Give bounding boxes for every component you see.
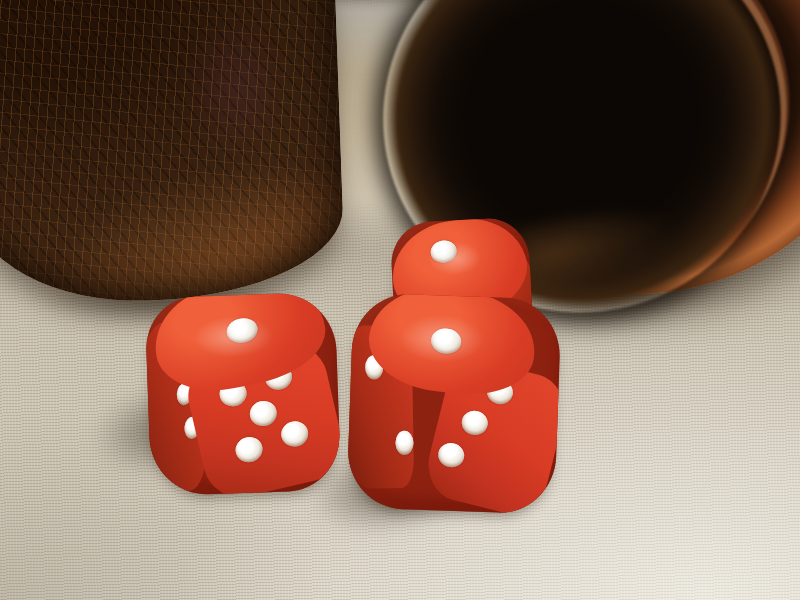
pip (278, 419, 310, 449)
pip (429, 239, 458, 265)
pip (436, 440, 467, 470)
die-left[interactable] (145, 292, 342, 497)
pip (224, 316, 259, 345)
left-dice-cup[interactable] (0, 0, 346, 306)
pip (429, 326, 462, 354)
pip (460, 408, 491, 438)
pip (395, 431, 413, 455)
die-front[interactable] (346, 292, 561, 514)
photo-scene (0, 0, 800, 600)
pip (247, 399, 279, 429)
pip (233, 435, 265, 465)
leather-sheen (158, 0, 312, 188)
